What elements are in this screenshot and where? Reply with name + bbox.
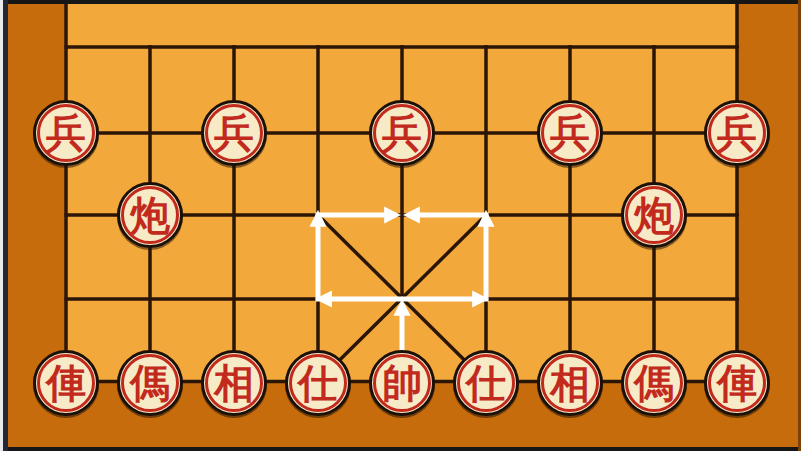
piece-glyph: 炮 [634, 195, 674, 235]
piece-glyph: 帥 [382, 363, 422, 403]
piece-glyph: 傌 [634, 363, 674, 403]
piece-chariot-i1[interactable]: 俥 [704, 350, 770, 416]
screen-edge-top [0, 0, 801, 4]
piece-chariot-a1[interactable]: 俥 [33, 350, 99, 416]
piece-glyph: 兵 [214, 113, 254, 153]
piece-advisor-d1[interactable]: 仕 [285, 350, 351, 416]
piece-glyph: 俥 [46, 363, 86, 403]
piece-soldier-a4[interactable]: 兵 [33, 100, 99, 166]
piece-general-e1[interactable]: 帥 [369, 350, 435, 416]
piece-glyph: 俥 [717, 363, 757, 403]
piece-glyph: 仕 [298, 363, 338, 403]
piece-elephant-c1[interactable]: 相 [201, 350, 267, 416]
piece-glyph: 傌 [130, 363, 170, 403]
piece-glyph: 兵 [382, 113, 422, 153]
piece-soldier-c4[interactable]: 兵 [201, 100, 267, 166]
piece-soldier-i4[interactable]: 兵 [704, 100, 770, 166]
piece-glyph: 仕 [466, 363, 506, 403]
piece-glyph: 炮 [130, 195, 170, 235]
xiangqi-diagram: 俥傌相仕帥仕相傌俥炮炮兵兵兵兵兵 [0, 0, 801, 451]
piece-cannon-h3[interactable]: 炮 [621, 182, 687, 248]
piece-cannon-b3[interactable]: 炮 [117, 182, 183, 248]
piece-soldier-g4[interactable]: 兵 [537, 100, 603, 166]
piece-glyph: 兵 [550, 113, 590, 153]
screen-edge-left-dark [3, 0, 8, 451]
piece-glyph: 兵 [717, 113, 757, 153]
piece-soldier-e4[interactable]: 兵 [369, 100, 435, 166]
piece-glyph: 相 [214, 363, 254, 403]
piece-glyph: 相 [550, 363, 590, 403]
piece-elephant-g1[interactable]: 相 [537, 350, 603, 416]
screen-edge-bottom [0, 447, 801, 451]
piece-horse-h1[interactable]: 傌 [621, 350, 687, 416]
pieces-layer: 俥傌相仕帥仕相傌俥炮炮兵兵兵兵兵 [0, 0, 801, 451]
piece-horse-b1[interactable]: 傌 [117, 350, 183, 416]
piece-glyph: 兵 [46, 113, 86, 153]
piece-advisor-f1[interactable]: 仕 [453, 350, 519, 416]
